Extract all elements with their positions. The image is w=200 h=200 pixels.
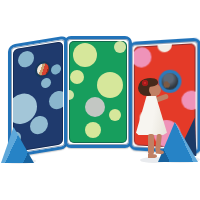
polka-dot	[69, 90, 74, 100]
polka-dot	[41, 77, 51, 89]
polka-dot	[70, 70, 84, 84]
toddler-foot-back	[156, 149, 164, 154]
toddler-foot-front	[148, 154, 157, 158]
polka-dot	[181, 91, 195, 111]
polka-dot	[49, 90, 63, 111]
toddler	[126, 76, 176, 166]
dot-layer	[13, 41, 63, 152]
polka-dot	[114, 41, 126, 53]
hair-flower	[142, 80, 148, 86]
polka-dot	[157, 43, 171, 52]
panel-fabric	[13, 41, 63, 152]
toddler-dress	[136, 96, 167, 135]
toddler-leg-front	[148, 134, 154, 155]
polka-dot	[30, 115, 48, 136]
polka-dot	[134, 47, 152, 68]
panel-fabric	[69, 41, 127, 143]
polka-dot	[18, 50, 34, 69]
dot-layer	[69, 41, 127, 143]
polka-dot	[51, 64, 61, 76]
polka-dot	[97, 72, 123, 98]
polka-dot	[109, 109, 121, 121]
polka-dot	[85, 122, 101, 138]
product-photo	[0, 0, 200, 200]
play-panel-green	[64, 36, 132, 148]
polka-dot	[85, 97, 105, 117]
polka-dot	[73, 43, 97, 67]
